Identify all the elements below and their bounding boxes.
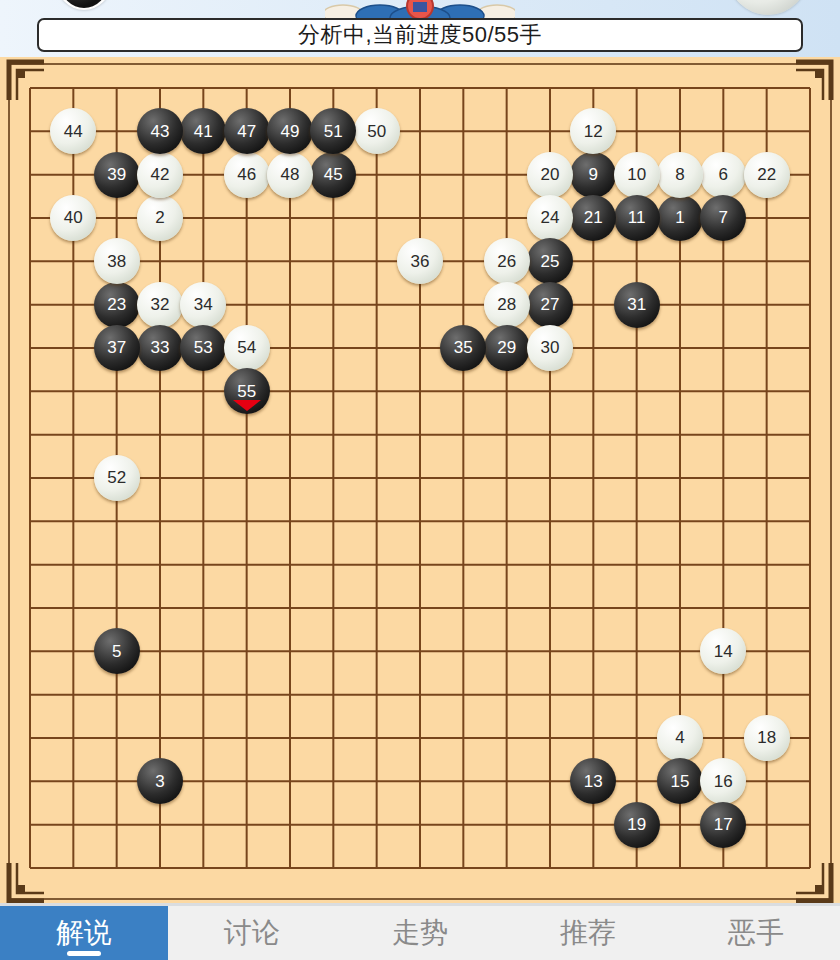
stone-black: 23 [94,282,140,328]
stone-white: 46 [224,152,270,198]
stone-white: 48 [267,152,313,198]
stone-white: 24 [527,195,573,241]
stone-white: 28 [484,282,530,328]
tab-label: 解说 [56,914,112,952]
tab-label: 讨论 [224,914,280,952]
stone-black: 43 [137,108,183,154]
stone-white: 20 [527,152,573,198]
stone-white: 26 [484,238,530,284]
stone-black: 21 [570,195,616,241]
stone-black: 47 [224,108,270,154]
black-stone-avatar-icon [61,0,107,8]
stone-black: 27 [527,282,573,328]
stone-black: 17 [700,802,746,848]
stone-white: 52 [94,455,140,501]
stone-black: 11 [614,195,660,241]
stone-white: 38 [94,238,140,284]
tab-commentary[interactable]: 解说 [0,906,168,960]
stone-white: 34 [180,282,226,328]
stone-white: 18 [744,715,790,761]
status-text: 分析中,当前进度50/55手 [298,20,542,50]
stone-white: 6 [700,152,746,198]
stone-black: 9 [570,152,616,198]
bottom-tab-bar: 解说 讨论 走势 推荐 恶手 [0,903,840,960]
stone-white: 10 [614,152,660,198]
stone-white: 36 [397,238,443,284]
stone-black: 33 [137,325,183,371]
tab-discussion[interactable]: 讨论 [168,906,336,960]
stone-black: 31 [614,282,660,328]
black-player-avatar[interactable] [57,0,111,10]
status-bar: 分析中,当前进度50/55手 [37,18,803,52]
stone-white: 42 [137,152,183,198]
stone-black: 55 [224,368,270,414]
stone-white: 32 [137,282,183,328]
tab-recommend[interactable]: 推荐 [504,906,672,960]
stone-black: 5 [94,628,140,674]
stone-white: 2 [137,195,183,241]
stone-black: 29 [484,325,530,371]
stone-black: 49 [267,108,313,154]
stone-black: 19 [614,802,660,848]
go-board[interactable]: 1234567891011121314151617181920212223242… [0,57,840,903]
tab-label: 恶手 [728,914,784,952]
stone-white: 22 [744,152,790,198]
tab-label: 走势 [392,914,448,952]
stone-black: 25 [527,238,573,284]
stone-black: 39 [94,152,140,198]
stone-white: 50 [354,108,400,154]
tab-bad-moves[interactable]: 恶手 [672,906,840,960]
stone-black: 53 [180,325,226,371]
stone-black: 3 [137,758,183,804]
stone-black: 37 [94,325,140,371]
stone-white: 30 [527,325,573,371]
stone-white: 8 [657,152,703,198]
stone-white: 54 [224,325,270,371]
tab-label: 推荐 [560,914,616,952]
stone-white: 4 [657,715,703,761]
last-move-marker-icon [233,400,261,411]
header: 分析中,当前进度50/55手 [0,0,840,57]
stone-white: 40 [50,195,96,241]
stone-black: 35 [440,325,486,371]
tab-trend[interactable]: 走势 [336,906,504,960]
stone-black: 1 [657,195,703,241]
go-analysis-screen: 分析中,当前进度50/55手 1234567891011121314151617… [0,0,840,960]
stone-black: 7 [700,195,746,241]
active-tab-underline [67,951,101,956]
stone-black: 15 [657,758,703,804]
white-player-avatar[interactable] [728,0,808,15]
stone-black: 45 [310,152,356,198]
